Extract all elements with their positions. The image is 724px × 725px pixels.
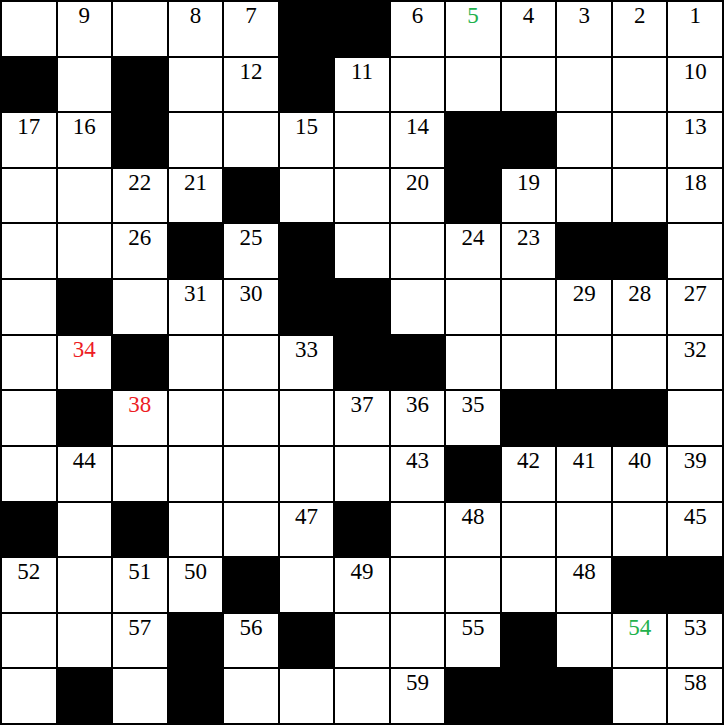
white-cell-r9c2[interactable]: 44 bbox=[58, 447, 112, 501]
white-cell-r1c3[interactable] bbox=[113, 2, 167, 56]
black-cell-r8c2 bbox=[58, 391, 112, 445]
white-cell-r12c1[interactable] bbox=[2, 614, 56, 668]
white-cell-r7c10[interactable] bbox=[502, 336, 556, 390]
black-cell-r11c13 bbox=[668, 558, 722, 612]
clue-number-28-r6c12: 28 bbox=[628, 280, 651, 305]
white-cell-r11c4[interactable]: 50 bbox=[169, 558, 223, 612]
white-cell-r3c11[interactable] bbox=[557, 113, 611, 167]
white-cell-r5c13[interactable] bbox=[668, 224, 722, 278]
white-cell-r1c1[interactable] bbox=[2, 2, 56, 56]
clue-number-55-r12c9: 55 bbox=[462, 614, 485, 639]
clue-number-38-r8c3: 38 bbox=[128, 391, 151, 416]
white-cell-r2c12[interactable] bbox=[613, 58, 667, 112]
white-cell-r12c9[interactable]: 55 bbox=[446, 614, 500, 668]
white-cell-r1c8[interactable]: 6 bbox=[391, 2, 445, 56]
white-cell-r2c9[interactable] bbox=[446, 58, 500, 112]
white-cell-r4c4[interactable]: 21 bbox=[169, 169, 223, 223]
white-cell-r1c10[interactable]: 4 bbox=[502, 2, 556, 56]
white-cell-r10c5[interactable] bbox=[224, 503, 278, 557]
clue-number-59-r13c8: 59 bbox=[406, 669, 429, 694]
clue-number-34-r7c2: 34 bbox=[73, 336, 96, 361]
white-cell-r11c2[interactable] bbox=[58, 558, 112, 612]
white-cell-r4c12[interactable] bbox=[613, 169, 667, 223]
clue-number-56-r12c5: 56 bbox=[239, 614, 262, 639]
clue-number-26-r5c3: 26 bbox=[128, 224, 151, 249]
white-cell-r5c7[interactable] bbox=[335, 224, 389, 278]
white-cell-r10c13[interactable]: 45 bbox=[668, 503, 722, 557]
white-cell-r13c1[interactable] bbox=[2, 669, 56, 723]
clue-number-30-r6c5: 30 bbox=[239, 280, 262, 305]
black-cell-r3c10 bbox=[502, 113, 556, 167]
white-cell-r3c4[interactable] bbox=[169, 113, 223, 167]
clue-number-37-r8c7: 37 bbox=[350, 391, 373, 416]
white-cell-r7c1[interactable] bbox=[2, 336, 56, 390]
white-cell-r11c3[interactable]: 51 bbox=[113, 558, 167, 612]
clue-number-40-r9c12: 40 bbox=[628, 447, 651, 472]
white-cell-r11c11[interactable]: 48 bbox=[557, 558, 611, 612]
clue-number-13-r3c13: 13 bbox=[684, 113, 707, 138]
black-cell-r4c9 bbox=[446, 169, 500, 223]
white-cell-r11c10[interactable] bbox=[502, 558, 556, 612]
white-cell-r7c2[interactable]: 34 bbox=[58, 336, 112, 390]
white-cell-r12c13[interactable]: 53 bbox=[668, 614, 722, 668]
white-cell-r6c13[interactable]: 27 bbox=[668, 280, 722, 334]
white-cell-r9c6[interactable] bbox=[280, 447, 334, 501]
black-cell-r6c6 bbox=[280, 280, 334, 334]
white-cell-r7c6[interactable]: 33 bbox=[280, 336, 334, 390]
black-cell-r3c9 bbox=[446, 113, 500, 167]
clue-number-49-r11c7: 49 bbox=[350, 558, 373, 583]
white-cell-r5c2[interactable] bbox=[58, 224, 112, 278]
clue-number-9-r1c2: 9 bbox=[79, 2, 91, 27]
black-cell-r11c12 bbox=[613, 558, 667, 612]
clue-number-52-r11c1: 52 bbox=[17, 558, 40, 583]
white-cell-r5c5[interactable]: 25 bbox=[224, 224, 278, 278]
white-cell-r5c3[interactable]: 26 bbox=[113, 224, 167, 278]
black-cell-r1c6 bbox=[280, 2, 334, 56]
white-cell-r4c13[interactable]: 18 bbox=[668, 169, 722, 223]
white-cell-r1c9[interactable]: 5 bbox=[446, 2, 500, 56]
white-cell-r2c13[interactable]: 10 bbox=[668, 58, 722, 112]
black-cell-r9c9 bbox=[446, 447, 500, 501]
black-cell-r10c1 bbox=[2, 503, 56, 557]
white-cell-r7c13[interactable]: 32 bbox=[668, 336, 722, 390]
clue-number-22-r4c3: 22 bbox=[128, 169, 151, 194]
clue-number-21-r4c4: 21 bbox=[184, 169, 207, 194]
clue-number-58-r13c13: 58 bbox=[684, 669, 707, 694]
black-cell-r13c2 bbox=[58, 669, 112, 723]
black-cell-r12c6 bbox=[280, 614, 334, 668]
crossword-puzzle: 9876543211211101716151413222120191826252… bbox=[0, 0, 724, 725]
black-cell-r5c4 bbox=[169, 224, 223, 278]
clue-number-45-r10c13: 45 bbox=[684, 503, 707, 528]
white-cell-r11c6[interactable] bbox=[280, 558, 334, 612]
white-cell-r5c10[interactable]: 23 bbox=[502, 224, 556, 278]
white-cell-r7c9[interactable] bbox=[446, 336, 500, 390]
white-cell-r3c1[interactable]: 17 bbox=[2, 113, 56, 167]
black-cell-r7c7 bbox=[335, 336, 389, 390]
white-cell-r12c8[interactable] bbox=[391, 614, 445, 668]
black-cell-r4c5 bbox=[224, 169, 278, 223]
black-cell-r6c7 bbox=[335, 280, 389, 334]
black-cell-r7c8 bbox=[391, 336, 445, 390]
clue-number-15-r3c6: 15 bbox=[295, 113, 318, 138]
white-cell-r3c7[interactable] bbox=[335, 113, 389, 167]
black-cell-r3c3 bbox=[113, 113, 167, 167]
white-cell-r13c13[interactable]: 58 bbox=[668, 669, 722, 723]
white-cell-r9c3[interactable] bbox=[113, 447, 167, 501]
white-cell-r2c7[interactable]: 11 bbox=[335, 58, 389, 112]
white-cell-r13c5[interactable] bbox=[224, 669, 278, 723]
white-cell-r9c12[interactable]: 40 bbox=[613, 447, 667, 501]
white-cell-r9c10[interactable]: 42 bbox=[502, 447, 556, 501]
white-cell-r4c3[interactable]: 22 bbox=[113, 169, 167, 223]
black-cell-r2c6 bbox=[280, 58, 334, 112]
white-cell-r4c2[interactable] bbox=[58, 169, 112, 223]
clue-number-24-r5c9: 24 bbox=[462, 224, 485, 249]
clue-number-51-r11c3: 51 bbox=[128, 558, 151, 583]
clue-number-43-r9c8: 43 bbox=[406, 447, 429, 472]
white-cell-r9c8[interactable]: 43 bbox=[391, 447, 445, 501]
clue-number-20-r4c8: 20 bbox=[406, 169, 429, 194]
white-cell-r6c5[interactable]: 30 bbox=[224, 280, 278, 334]
white-cell-r12c11[interactable] bbox=[557, 614, 611, 668]
clue-number-19-r4c10: 19 bbox=[517, 169, 540, 194]
clue-number-48-r11c11: 48 bbox=[573, 558, 596, 583]
white-cell-r4c10[interactable]: 19 bbox=[502, 169, 556, 223]
white-cell-r9c11[interactable]: 41 bbox=[557, 447, 611, 501]
white-cell-r10c8[interactable] bbox=[391, 503, 445, 557]
white-cell-r6c10[interactable] bbox=[502, 280, 556, 334]
white-cell-r8c4[interactable] bbox=[169, 391, 223, 445]
white-cell-r3c5[interactable] bbox=[224, 113, 278, 167]
white-cell-r11c7[interactable]: 49 bbox=[335, 558, 389, 612]
clue-number-27-r6c13: 27 bbox=[684, 280, 707, 305]
white-cell-r6c3[interactable] bbox=[113, 280, 167, 334]
clue-number-39-r9c13: 39 bbox=[684, 447, 707, 472]
white-cell-r8c13[interactable] bbox=[668, 391, 722, 445]
white-cell-r9c4[interactable] bbox=[169, 447, 223, 501]
clue-number-32-r7c13: 32 bbox=[684, 336, 707, 361]
white-cell-r13c12[interactable] bbox=[613, 669, 667, 723]
white-cell-r8c8[interactable]: 36 bbox=[391, 391, 445, 445]
white-cell-r13c6[interactable] bbox=[280, 669, 334, 723]
white-cell-r6c4[interactable]: 31 bbox=[169, 280, 223, 334]
white-cell-r1c11[interactable]: 3 bbox=[557, 2, 611, 56]
clue-number-4-r1c10: 4 bbox=[523, 2, 535, 27]
clue-number-18-r4c13: 18 bbox=[684, 169, 707, 194]
clue-number-11-r2c7: 11 bbox=[351, 58, 373, 83]
black-cell-r1c7 bbox=[335, 2, 389, 56]
clue-number-48-r10c9: 48 bbox=[462, 503, 485, 528]
clue-number-12-r2c5: 12 bbox=[239, 58, 262, 83]
white-cell-r1c5[interactable]: 7 bbox=[224, 2, 278, 56]
black-cell-r2c1 bbox=[2, 58, 56, 112]
black-cell-r10c7 bbox=[335, 503, 389, 557]
white-cell-r10c4[interactable] bbox=[169, 503, 223, 557]
white-cell-r8c5[interactable] bbox=[224, 391, 278, 445]
white-cell-r8c3[interactable]: 38 bbox=[113, 391, 167, 445]
black-cell-r11c5 bbox=[224, 558, 278, 612]
white-cell-r11c8[interactable] bbox=[391, 558, 445, 612]
black-cell-r10c3 bbox=[113, 503, 167, 557]
white-cell-r5c9[interactable]: 24 bbox=[446, 224, 500, 278]
black-cell-r5c12 bbox=[613, 224, 667, 278]
white-cell-r1c2[interactable]: 9 bbox=[58, 2, 112, 56]
white-cell-r12c7[interactable] bbox=[335, 614, 389, 668]
black-cell-r5c6 bbox=[280, 224, 334, 278]
white-cell-r7c11[interactable] bbox=[557, 336, 611, 390]
white-cell-r11c9[interactable] bbox=[446, 558, 500, 612]
black-cell-r6c2 bbox=[58, 280, 112, 334]
white-cell-r4c11[interactable] bbox=[557, 169, 611, 223]
white-cell-r4c1[interactable] bbox=[2, 169, 56, 223]
white-cell-r6c1[interactable] bbox=[2, 280, 56, 334]
white-cell-r13c3[interactable] bbox=[113, 669, 167, 723]
white-cell-r8c6[interactable] bbox=[280, 391, 334, 445]
white-cell-r2c8[interactable] bbox=[391, 58, 445, 112]
crossword-board: 9876543211211101716151413222120191826252… bbox=[0, 0, 724, 725]
white-cell-r3c8[interactable]: 14 bbox=[391, 113, 445, 167]
black-cell-r13c11 bbox=[557, 669, 611, 723]
clue-number-53-r12c13: 53 bbox=[684, 614, 707, 639]
black-cell-r7c3 bbox=[113, 336, 167, 390]
black-cell-r12c4 bbox=[169, 614, 223, 668]
black-cell-r8c11 bbox=[557, 391, 611, 445]
clue-number-57-r12c3: 57 bbox=[128, 614, 151, 639]
black-cell-r5c11 bbox=[557, 224, 611, 278]
white-cell-r13c7[interactable] bbox=[335, 669, 389, 723]
black-cell-r13c10 bbox=[502, 669, 556, 723]
clue-number-41-r9c11: 41 bbox=[573, 447, 596, 472]
white-cell-r2c10[interactable] bbox=[502, 58, 556, 112]
white-cell-r8c1[interactable] bbox=[2, 391, 56, 445]
black-cell-r8c12 bbox=[613, 391, 667, 445]
white-cell-r1c13[interactable]: 1 bbox=[668, 2, 722, 56]
clue-number-7-r1c5: 7 bbox=[245, 2, 257, 27]
white-cell-r12c12[interactable]: 54 bbox=[613, 614, 667, 668]
white-cell-r4c7[interactable] bbox=[335, 169, 389, 223]
white-cell-r10c9[interactable]: 48 bbox=[446, 503, 500, 557]
clue-number-25-r5c5: 25 bbox=[239, 224, 262, 249]
black-cell-r12c10 bbox=[502, 614, 556, 668]
white-cell-r8c7[interactable]: 37 bbox=[335, 391, 389, 445]
clue-number-54-r12c12: 54 bbox=[628, 614, 651, 639]
white-cell-r11c1[interactable]: 52 bbox=[2, 558, 56, 612]
white-cell-r7c12[interactable] bbox=[613, 336, 667, 390]
clue-number-6-r1c8: 6 bbox=[412, 2, 424, 27]
white-cell-r13c8[interactable]: 59 bbox=[391, 669, 445, 723]
white-cell-r2c11[interactable] bbox=[557, 58, 611, 112]
clue-number-36-r8c8: 36 bbox=[406, 391, 429, 416]
clue-number-33-r7c6: 33 bbox=[295, 336, 318, 361]
clue-number-31-r6c4: 31 bbox=[184, 280, 207, 305]
white-cell-r10c6[interactable]: 47 bbox=[280, 503, 334, 557]
white-cell-r9c1[interactable] bbox=[2, 447, 56, 501]
white-cell-r12c3[interactable]: 57 bbox=[113, 614, 167, 668]
clue-number-10-r2c13: 10 bbox=[684, 58, 707, 83]
white-cell-r10c2[interactable] bbox=[58, 503, 112, 557]
white-cell-r2c4[interactable] bbox=[169, 58, 223, 112]
clue-number-1-r1c13: 1 bbox=[689, 2, 701, 27]
white-cell-r10c12[interactable] bbox=[613, 503, 667, 557]
black-cell-r8c10 bbox=[502, 391, 556, 445]
white-cell-r6c8[interactable] bbox=[391, 280, 445, 334]
clue-number-16-r3c2: 16 bbox=[73, 113, 96, 138]
clue-number-44-r9c2: 44 bbox=[73, 447, 96, 472]
white-cell-r1c4[interactable]: 8 bbox=[169, 2, 223, 56]
white-cell-r1c12[interactable]: 2 bbox=[613, 2, 667, 56]
clue-number-8-r1c4: 8 bbox=[190, 2, 202, 27]
white-cell-r9c7[interactable] bbox=[335, 447, 389, 501]
black-cell-r13c9 bbox=[446, 669, 500, 723]
white-cell-r6c12[interactable]: 28 bbox=[613, 280, 667, 334]
white-cell-r3c2[interactable]: 16 bbox=[58, 113, 112, 167]
white-cell-r9c5[interactable] bbox=[224, 447, 278, 501]
white-cell-r12c2[interactable] bbox=[58, 614, 112, 668]
clue-number-14-r3c8: 14 bbox=[406, 113, 429, 138]
clue-number-3-r1c11: 3 bbox=[578, 2, 590, 27]
white-cell-r2c2[interactable] bbox=[58, 58, 112, 112]
clue-number-29-r6c11: 29 bbox=[573, 280, 596, 305]
white-cell-r2c5[interactable]: 12 bbox=[224, 58, 278, 112]
white-cell-r12c5[interactable]: 56 bbox=[224, 614, 278, 668]
white-cell-r10c10[interactable] bbox=[502, 503, 556, 557]
clue-number-50-r11c4: 50 bbox=[184, 558, 207, 583]
white-cell-r7c5[interactable] bbox=[224, 336, 278, 390]
white-cell-r5c8[interactable] bbox=[391, 224, 445, 278]
white-cell-r9c13[interactable]: 39 bbox=[668, 447, 722, 501]
white-cell-r6c9[interactable] bbox=[446, 280, 500, 334]
clue-number-35-r8c9: 35 bbox=[462, 391, 485, 416]
white-cell-r8c9[interactable]: 35 bbox=[446, 391, 500, 445]
white-cell-r3c6[interactable]: 15 bbox=[280, 113, 334, 167]
clue-number-2-r1c12: 2 bbox=[634, 2, 646, 27]
white-cell-r5c1[interactable] bbox=[2, 224, 56, 278]
white-cell-r4c8[interactable]: 20 bbox=[391, 169, 445, 223]
black-cell-r13c4 bbox=[169, 669, 223, 723]
clue-number-5-r1c9: 5 bbox=[467, 2, 479, 27]
white-cell-r3c13[interactable]: 13 bbox=[668, 113, 722, 167]
black-cell-r2c3 bbox=[113, 58, 167, 112]
clue-number-42-r9c10: 42 bbox=[517, 447, 540, 472]
clue-number-17-r3c1: 17 bbox=[17, 113, 40, 138]
white-cell-r3c12[interactable] bbox=[613, 113, 667, 167]
white-cell-r7c4[interactable] bbox=[169, 336, 223, 390]
white-cell-r6c11[interactable]: 29 bbox=[557, 280, 611, 334]
white-cell-r4c6[interactable] bbox=[280, 169, 334, 223]
white-cell-r10c11[interactable] bbox=[557, 503, 611, 557]
clue-number-47-r10c6: 47 bbox=[295, 503, 318, 528]
clue-number-23-r5c10: 23 bbox=[517, 224, 540, 249]
